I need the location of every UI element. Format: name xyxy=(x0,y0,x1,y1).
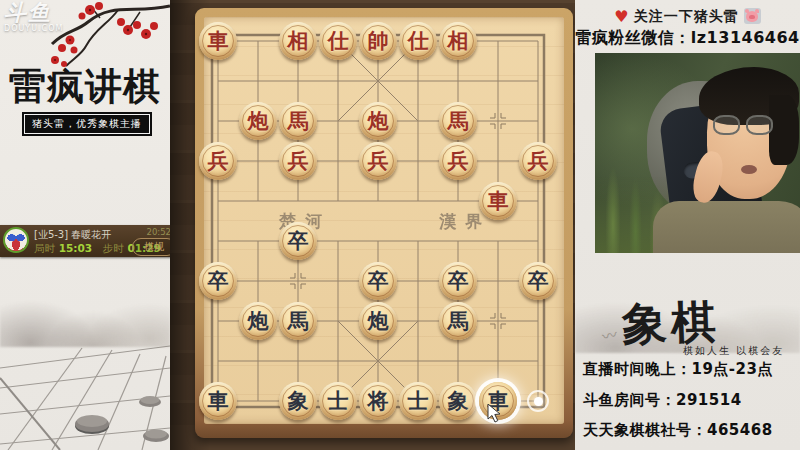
douyu-logo-cn: 斗鱼 xyxy=(4,2,63,24)
opponent-info-bar: [业5-3] 春暖花开 局时 15:03 步时 01:29 20:52 棋规 xyxy=(0,225,181,257)
webcam-glasses xyxy=(713,115,783,137)
piece-red-相[interactable]: 相 xyxy=(279,22,317,60)
piece-red-馬[interactable]: 馬 xyxy=(279,102,317,140)
piece-red-車[interactable]: 車 xyxy=(479,182,517,220)
webcam-mouth xyxy=(741,165,757,174)
piece-red-車[interactable]: 車 xyxy=(199,22,237,60)
piece-black-士[interactable]: 士 xyxy=(319,382,357,420)
opponent-avatar[interactable] xyxy=(3,227,29,253)
piece-red-炮[interactable]: 炮 xyxy=(239,102,277,140)
stream-screenshot: 斗鱼 DOUYU.COM 雷疯讲棋 猪头雷，优秀象棋主播 xyxy=(0,0,800,450)
streamer-banner-text: 猪头雷，优秀象棋主播 xyxy=(24,114,150,134)
piece-black-卒[interactable]: 卒 xyxy=(519,262,557,300)
piece-black-卒[interactable]: 卒 xyxy=(439,262,477,300)
heart-icon: ♥ xyxy=(614,7,629,26)
piece-black-卒[interactable]: 卒 xyxy=(279,222,317,260)
board-grid xyxy=(195,8,573,438)
piece-black-炮[interactable]: 炮 xyxy=(239,302,277,340)
last-move-origin-marker xyxy=(527,390,549,412)
piece-red-兵[interactable]: 兵 xyxy=(439,142,477,180)
piece-red-兵[interactable]: 兵 xyxy=(519,142,557,180)
piece-black-象[interactable]: 象 xyxy=(439,382,477,420)
game-time-label: 局时 xyxy=(34,242,55,254)
piece-red-兵[interactable]: 兵 xyxy=(199,142,237,180)
stream-info-lines: 直播时间晚上：19点-23点 斗鱼房间号：291514 天天象棋棋社号：4654… xyxy=(583,360,800,450)
webcam-video xyxy=(595,53,800,253)
piece-red-仕[interactable]: 仕 xyxy=(399,22,437,60)
piece-red-馬[interactable]: 馬 xyxy=(439,102,477,140)
piece-black-車[interactable]: 車 xyxy=(199,382,237,420)
brush-swirl-icon: 〰 xyxy=(600,323,619,347)
perspective-board-art xyxy=(0,330,170,450)
piece-red-炮[interactable]: 炮 xyxy=(359,102,397,140)
follow-banner: ♥关注一下猪头雷 xyxy=(575,7,800,26)
douyu-logo-domain: DOUYU.COM xyxy=(4,25,63,33)
webcam-streamer-shirt xyxy=(653,201,800,253)
streamer-banner: 猪头雷，优秀象棋主播 xyxy=(22,112,152,136)
piece-black-士[interactable]: 士 xyxy=(399,382,437,420)
opponent-name: [业5-3] 春暖花开 xyxy=(34,228,111,242)
piece-red-兵[interactable]: 兵 xyxy=(279,142,317,180)
move-time-label: 步时 xyxy=(103,242,124,254)
piece-black-馬[interactable]: 馬 xyxy=(279,302,317,340)
piece-black-象[interactable]: 象 xyxy=(279,382,317,420)
douyu-watermark: 斗鱼 DOUYU.COM xyxy=(4,2,63,33)
brand-slogan: 棋如人生 以棋会友 xyxy=(683,344,784,358)
mouse-cursor xyxy=(487,404,503,424)
piece-black-馬[interactable]: 馬 xyxy=(439,302,477,340)
piece-red-仕[interactable]: 仕 xyxy=(319,22,357,60)
piece-black-炮[interactable]: 炮 xyxy=(359,302,397,340)
club-number-line: 天天象棋棋社号：465468 xyxy=(583,421,800,440)
piece-black-卒[interactable]: 卒 xyxy=(199,262,237,300)
piece-black-将[interactable]: 将 xyxy=(359,382,397,420)
piece-red-帥[interactable]: 帥 xyxy=(359,22,397,60)
follow-text: 关注一下猪头雷 xyxy=(634,8,739,24)
piece-red-相[interactable]: 相 xyxy=(439,22,477,60)
schedule-line: 直播时间晚上：19点-23点 xyxy=(583,360,800,379)
pig-emoji-icon xyxy=(744,8,761,24)
brand-block: 〰 象棋 棋如人生 以棋会友 xyxy=(600,292,800,352)
piece-black-卒[interactable]: 卒 xyxy=(359,262,397,300)
game-time-value: 15:03 xyxy=(59,242,92,254)
streamer-title: 雷疯讲棋 xyxy=(0,62,170,112)
room-number-line: 斗鱼房间号：291514 xyxy=(583,391,800,410)
piece-red-兵[interactable]: 兵 xyxy=(359,142,397,180)
total-clock: 20:52 xyxy=(147,227,172,237)
wechat-contact: 雷疯粉丝微信：lz13146464 xyxy=(575,28,800,49)
